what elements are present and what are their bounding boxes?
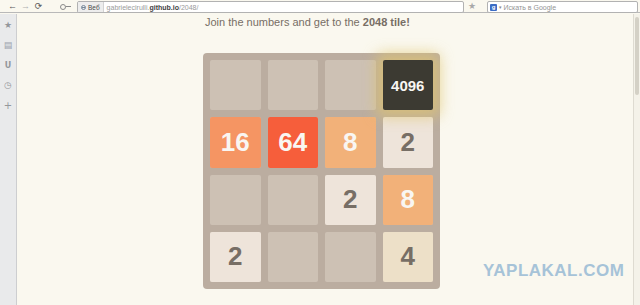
browser-sidebar: ★ ▤ U ◷ + xyxy=(0,14,17,305)
browser-toolbar: ← → ⟳ Веб gabrielecirulli.github.io/2048… xyxy=(0,0,640,13)
back-button-icon[interactable]: ← xyxy=(6,0,19,13)
board-cell: 8 xyxy=(325,117,376,167)
watermark: YAPLAKAL.COM xyxy=(483,261,624,281)
notes-panel-icon[interactable]: ▤ xyxy=(4,41,13,50)
url-domain: github.io xyxy=(149,4,179,11)
board-cell: 2 xyxy=(325,175,376,225)
board-grid[interactable]: 40961664822824 xyxy=(203,53,440,289)
globe-icon xyxy=(81,5,86,10)
url-text[interactable]: gabrielecirulli.github.io/2048/ xyxy=(104,4,199,11)
google-search-icon[interactable]: g xyxy=(490,4,497,11)
bookmark-star-icon[interactable]: ★ xyxy=(468,1,476,12)
tile-16: 16 xyxy=(210,117,261,167)
board-cell xyxy=(210,175,261,225)
reload-button-icon[interactable]: ⟳ xyxy=(32,0,45,13)
tile-2: 2 xyxy=(210,232,261,282)
tile-2: 2 xyxy=(325,175,376,225)
bookmarks-star-icon[interactable]: ★ xyxy=(4,21,12,30)
add-icon[interactable]: + xyxy=(4,101,12,110)
url-bar[interactable]: Веб gabrielecirulli.github.io/2048/ xyxy=(77,1,464,13)
board-cell: 2 xyxy=(383,117,434,167)
url-prefix: gabrielecirulli. xyxy=(107,4,150,11)
heading-normal: Join the numbers and get to the xyxy=(205,16,363,28)
board-cell xyxy=(268,232,319,282)
board-cell xyxy=(210,60,261,110)
board-cell: 64 xyxy=(268,117,319,167)
downloads-icon[interactable]: U xyxy=(5,61,12,70)
search-placeholder: Искать в Google xyxy=(504,4,557,11)
board-cell xyxy=(268,60,319,110)
history-clock-icon[interactable]: ◷ xyxy=(4,81,12,90)
tile-2: 2 xyxy=(383,117,434,167)
board-cell: 4 xyxy=(383,232,434,282)
search-input[interactable]: g ▾ Искать в Google xyxy=(487,1,638,13)
tile-8: 8 xyxy=(325,117,376,167)
heading-bold: 2048 tile! xyxy=(363,16,410,28)
board-cell: 2 xyxy=(210,232,261,282)
board-cell: 8 xyxy=(383,175,434,225)
board-cell: 16 xyxy=(210,117,261,167)
vertical-scrollbar[interactable] xyxy=(633,14,640,305)
site-identity-badge[interactable]: Веб xyxy=(78,2,104,12)
board-cell xyxy=(268,175,319,225)
board-cell: 4096 xyxy=(383,60,434,110)
page-heading: Join the numbers and get to the 2048 til… xyxy=(205,16,410,28)
forward-button-icon[interactable]: → xyxy=(19,0,32,13)
tile-64: 64 xyxy=(268,117,319,167)
search-engine-dropdown-icon[interactable]: ▾ xyxy=(499,4,502,10)
url-path: /2048/ xyxy=(179,4,198,11)
scrollbar-thumb[interactable] xyxy=(635,17,639,95)
board-cell xyxy=(325,60,376,110)
key-icon[interactable] xyxy=(59,0,71,13)
tile-4096: 4096 xyxy=(383,60,434,110)
tile-4: 4 xyxy=(383,232,434,282)
tile-8: 8 xyxy=(383,175,434,225)
site-identity-label: Веб xyxy=(88,4,100,11)
board-cell xyxy=(325,232,376,282)
